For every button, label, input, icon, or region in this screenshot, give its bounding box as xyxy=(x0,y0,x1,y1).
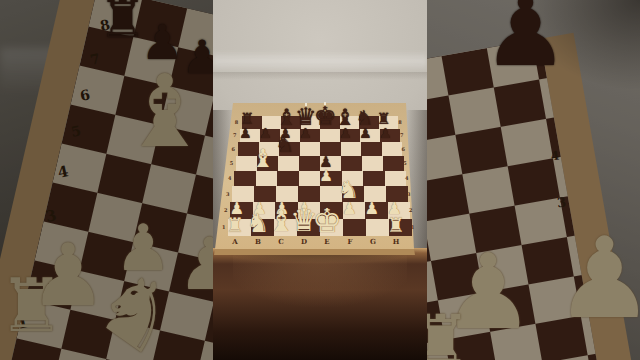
right-panel-dim-overlay xyxy=(427,0,640,360)
square-e7 xyxy=(320,129,340,143)
square-f2 xyxy=(343,202,366,219)
left-zoom-panel: 8765431 ♜♟♟♝♜♟♞♟♟ xyxy=(0,0,214,360)
rank-row-3 xyxy=(232,186,408,202)
square-h7 xyxy=(380,129,400,143)
rank-label-r-4: 4 xyxy=(405,176,408,181)
square-e8 xyxy=(320,116,340,129)
rank-row-2 xyxy=(230,202,410,219)
rank-label-r-2: 2 xyxy=(409,208,412,213)
fabric-crease xyxy=(213,72,427,80)
square-a4 xyxy=(234,171,256,187)
square-a2 xyxy=(230,202,253,219)
square-a8 xyxy=(242,116,262,129)
rank-label-l-5: 5 xyxy=(230,161,233,166)
square-c3 xyxy=(276,186,298,202)
file-label-D: D xyxy=(301,238,307,245)
rank-row-4 xyxy=(234,171,406,187)
rank-label-r-3: 3 xyxy=(407,192,410,197)
file-label-H: H xyxy=(393,238,400,245)
square-b3 xyxy=(254,186,276,202)
square-b1 xyxy=(251,219,274,237)
square-b5 xyxy=(257,156,278,171)
square-f1 xyxy=(343,219,366,237)
square-d1 xyxy=(297,219,320,237)
square-g3 xyxy=(364,186,386,202)
square-d5 xyxy=(299,156,320,171)
square-c4 xyxy=(277,171,299,187)
square-e6 xyxy=(320,142,341,156)
square-c2 xyxy=(275,202,298,219)
square-f6 xyxy=(341,142,362,156)
square-h5 xyxy=(383,156,404,171)
square-h8 xyxy=(379,116,399,129)
square-h3 xyxy=(386,186,408,202)
square-h4 xyxy=(385,171,407,187)
rank-row-7 xyxy=(240,129,400,143)
square-a7 xyxy=(240,129,260,143)
square-b2 xyxy=(253,202,276,219)
square-e3 xyxy=(320,186,342,202)
square-d8 xyxy=(301,116,321,129)
board-frame-front-edge xyxy=(213,249,427,255)
rank-row-1 xyxy=(228,219,412,237)
file-label-C: C xyxy=(278,238,284,245)
square-h2 xyxy=(388,202,411,219)
square-c8 xyxy=(281,116,301,129)
left-panel-dim-overlay xyxy=(0,0,214,360)
square-g4 xyxy=(363,171,385,187)
rank-row-8 xyxy=(242,116,398,129)
rank-label-r-8: 8 xyxy=(398,120,401,125)
rank-row-6 xyxy=(238,142,402,156)
square-d7 xyxy=(300,129,320,143)
square-g6 xyxy=(361,142,382,156)
square-a6 xyxy=(238,142,259,156)
square-c1 xyxy=(274,219,297,237)
square-g2 xyxy=(365,202,388,219)
square-f7 xyxy=(340,129,360,143)
file-label-B: B xyxy=(255,238,261,245)
file-label-G: G xyxy=(370,238,376,245)
rank-label-l-8: 8 xyxy=(235,120,238,125)
square-b4 xyxy=(256,171,278,187)
rank-row-5 xyxy=(236,156,404,171)
square-b6 xyxy=(259,142,280,156)
rank-label-r-6: 6 xyxy=(402,147,405,152)
square-g1 xyxy=(366,219,389,237)
square-g5 xyxy=(362,156,383,171)
square-d3 xyxy=(298,186,320,202)
rank-label-l-3: 3 xyxy=(226,192,229,197)
square-a1 xyxy=(228,219,251,237)
file-label-A: A xyxy=(232,238,237,245)
square-b8 xyxy=(262,116,282,129)
square-a5 xyxy=(236,156,257,171)
rank-label-r-7: 7 xyxy=(400,133,403,138)
right-zoom-panel: 43 ♟♟♟♜ xyxy=(427,0,640,360)
square-d2 xyxy=(298,202,321,219)
chess-board xyxy=(213,116,427,236)
center-video-strip: ABCDEFGH 1122334455667788 ♜♝♛♚♝♞♜♟♟♟♟♟♟♟… xyxy=(213,0,427,360)
square-f3 xyxy=(342,186,364,202)
square-e4 xyxy=(320,171,342,187)
rank-label-l-7: 7 xyxy=(233,133,236,138)
square-a3 xyxy=(232,186,254,202)
rank-label-l-4: 4 xyxy=(228,176,231,181)
square-d6 xyxy=(300,142,321,156)
square-h1 xyxy=(389,219,412,237)
square-f4 xyxy=(342,171,364,187)
square-h6 xyxy=(382,142,403,156)
rank-label-l-6: 6 xyxy=(231,147,234,152)
square-f5 xyxy=(341,156,362,171)
fabric-fold xyxy=(213,50,427,72)
rank-label-r-5: 5 xyxy=(403,161,406,166)
square-c6 xyxy=(279,142,300,156)
rank-label-l-1: 1 xyxy=(222,225,225,230)
square-g8 xyxy=(359,116,379,129)
file-label-F: F xyxy=(348,238,353,245)
rank-label-l-2: 2 xyxy=(224,208,227,213)
square-g7 xyxy=(360,129,380,143)
file-label-E: E xyxy=(324,238,329,245)
square-c7 xyxy=(280,129,300,143)
square-d4 xyxy=(299,171,321,187)
square-b7 xyxy=(260,129,280,143)
square-e2 xyxy=(320,202,343,219)
square-e5 xyxy=(320,156,341,171)
rank-label-r-1: 1 xyxy=(411,225,414,230)
square-f8 xyxy=(340,116,360,129)
square-c5 xyxy=(278,156,299,171)
video-frame: 8765431 ♜♟♟♝♜♟♞♟♟ 43 ♟♟♟♜ ABCDEFGH 11223… xyxy=(0,0,640,360)
square-e1 xyxy=(320,219,343,237)
